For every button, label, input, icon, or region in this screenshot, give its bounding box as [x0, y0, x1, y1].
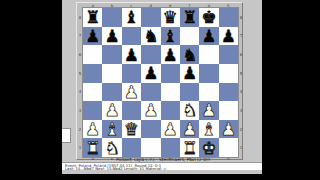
black-queen-piece: ♛ — [163, 8, 178, 26]
square-f8[interactable]: ♜ — [180, 8, 199, 27]
coord-label-rank-6: 6 — [240, 52, 243, 57]
coord-label-rank-1: 1 — [79, 145, 82, 150]
letterbox-right — [262, 0, 320, 180]
square-e5[interactable] — [161, 64, 180, 83]
black-bishop-piece: ♝ — [124, 8, 139, 26]
square-h2[interactable]: ♟ — [219, 120, 238, 139]
black-pawn-piece: ♟ — [124, 46, 139, 64]
black-bishop-piece: ♝ — [163, 27, 178, 45]
black-pawn-piece: ♟ — [221, 27, 236, 45]
square-b1[interactable]: ♞ — [102, 138, 121, 157]
black-knight-piece: ♞ — [143, 27, 158, 45]
black-king-piece: ♚ — [201, 8, 216, 26]
chess-board-frame: abcdefgh abcdefgh 87654321 87654321 ♜♝♛♜… — [76, 2, 243, 160]
game-info-strip: Event: Poland, Poland (1957.04.11), Roun… — [62, 162, 262, 170]
black-knight-piece: ♞ — [182, 46, 197, 64]
square-c8[interactable]: ♝ — [122, 8, 141, 27]
chess-board: ♜♝♛♜♚♟♟♞♝♟♟♟♟♞♟♟♟♟♟♞♟♟♝♛♟♟♝♟♜♞♜♚ — [83, 8, 238, 157]
square-a5[interactable] — [83, 64, 102, 83]
square-h7[interactable]: ♟ — [219, 27, 238, 46]
black-rook-piece: ♜ — [85, 8, 100, 26]
square-h8[interactable] — [219, 8, 238, 27]
black-pawn-piece: ♟ — [182, 64, 197, 82]
square-f6[interactable]: ♞ — [180, 45, 199, 64]
black-pawn-piece: ♟ — [143, 64, 158, 82]
square-a1[interactable]: ♜ — [83, 138, 102, 157]
coord-label-rank-2: 2 — [240, 127, 243, 132]
side-panel-fragment — [62, 128, 71, 143]
square-g7[interactable]: ♟ — [199, 27, 218, 46]
white-pawn-piece: ♟ — [163, 120, 178, 138]
white-bishop-piece: ♝ — [104, 120, 119, 138]
coord-label-rank-2: 2 — [79, 127, 82, 132]
square-e8[interactable]: ♛ — [161, 8, 180, 27]
coord-label-rank-1: 1 — [240, 145, 243, 150]
black-pawn-piece: ♟ — [104, 27, 119, 45]
square-a6[interactable] — [83, 45, 102, 64]
square-g3[interactable]: ♟ — [199, 101, 218, 120]
white-rook-piece: ♜ — [85, 139, 100, 157]
white-knight-piece: ♞ — [104, 139, 119, 157]
square-b6[interactable] — [102, 45, 121, 64]
square-g8[interactable]: ♚ — [199, 8, 218, 27]
coord-label-rank-7: 7 — [79, 33, 82, 38]
square-a7[interactable]: ♟ — [83, 27, 102, 46]
rank-labels-right: 87654321 — [238, 8, 244, 157]
coord-label-rank-8: 8 — [79, 15, 82, 20]
square-d5[interactable]: ♟ — [141, 64, 160, 83]
square-f1[interactable]: ♜ — [180, 138, 199, 157]
black-rook-piece: ♜ — [182, 8, 197, 26]
coord-label-rank-7: 7 — [240, 33, 243, 38]
square-c5[interactable] — [122, 64, 141, 83]
square-c6[interactable]: ♟ — [122, 45, 141, 64]
square-f4[interactable] — [180, 83, 199, 102]
square-h5[interactable] — [219, 64, 238, 83]
engine-status-line: Last: 14...Nbd7 Next: 15.Nbd2 Length: 31… — [65, 167, 259, 170]
square-h4[interactable] — [219, 83, 238, 102]
square-b7[interactable]: ♟ — [102, 27, 121, 46]
square-a2[interactable]: ♟ — [83, 120, 102, 139]
white-bishop-piece: ♝ — [201, 120, 216, 138]
square-c1[interactable] — [122, 138, 141, 157]
square-d6[interactable] — [141, 45, 160, 64]
square-e6[interactable]: ♟ — [161, 45, 180, 64]
white-pawn-piece: ♟ — [143, 101, 158, 119]
square-c7[interactable] — [122, 27, 141, 46]
coord-label-rank-4: 4 — [79, 89, 82, 94]
square-g4[interactable] — [199, 83, 218, 102]
chess-app-window: abcdefgh abcdefgh 87654321 87654321 ♜♝♛♜… — [62, 0, 262, 174]
black-pawn-piece: ♟ — [85, 27, 100, 45]
square-b4[interactable] — [102, 83, 121, 102]
square-e3[interactable] — [161, 101, 180, 120]
black-pawn-piece: ♟ — [163, 46, 178, 64]
square-g1[interactable]: ♚ — [199, 138, 218, 157]
square-d3[interactable]: ♟ — [141, 101, 160, 120]
square-e4[interactable] — [161, 83, 180, 102]
square-b2[interactable]: ♝ — [102, 120, 121, 139]
white-rook-piece: ♜ — [182, 139, 197, 157]
white-king-piece: ♚ — [201, 139, 216, 157]
white-pawn-piece: ♟ — [182, 120, 197, 138]
square-g6[interactable] — [199, 45, 218, 64]
white-pawn-piece: ♟ — [201, 101, 216, 119]
square-e1[interactable] — [161, 138, 180, 157]
coord-label-rank-6: 6 — [79, 52, 82, 57]
white-pawn-piece: ♟ — [104, 101, 119, 119]
square-c4[interactable]: ♟ — [122, 83, 141, 102]
square-a3[interactable] — [83, 101, 102, 120]
square-e7[interactable]: ♝ — [161, 27, 180, 46]
black-pawn-piece: ♟ — [201, 27, 216, 45]
square-h3[interactable] — [219, 101, 238, 120]
square-h6[interactable] — [219, 45, 238, 64]
white-pawn-piece: ♟ — [124, 83, 139, 101]
coord-label-rank-3: 3 — [240, 108, 243, 113]
square-b8[interactable] — [102, 8, 121, 27]
square-f2[interactable]: ♟ — [180, 120, 199, 139]
square-g5[interactable] — [199, 64, 218, 83]
square-g2[interactable]: ♝ — [199, 120, 218, 139]
coord-label-rank-5: 5 — [240, 71, 243, 76]
white-pawn-piece: ♟ — [221, 120, 236, 138]
white-knight-piece: ♞ — [182, 101, 197, 119]
square-e2[interactable]: ♟ — [161, 120, 180, 139]
square-d8[interactable] — [141, 8, 160, 27]
square-d7[interactable]: ♞ — [141, 27, 160, 46]
square-d1[interactable] — [141, 138, 160, 157]
square-f7[interactable] — [180, 27, 199, 46]
square-c2[interactable]: ♛ — [122, 120, 141, 139]
square-f3[interactable]: ♞ — [180, 101, 199, 120]
square-f5[interactable]: ♟ — [180, 64, 199, 83]
square-a4[interactable] — [83, 83, 102, 102]
white-pawn-piece: ♟ — [85, 120, 100, 138]
coord-label-rank-4: 4 — [240, 89, 243, 94]
square-c3[interactable] — [122, 101, 141, 120]
square-h1[interactable] — [219, 138, 238, 157]
square-d4[interactable] — [141, 83, 160, 102]
square-a8[interactable]: ♜ — [83, 8, 102, 27]
square-b3[interactable]: ♟ — [102, 101, 121, 120]
coord-label-rank-3: 3 — [79, 108, 82, 113]
letterbox-left — [0, 0, 62, 180]
coord-label-rank-8: 8 — [240, 15, 243, 20]
square-d2[interactable] — [141, 120, 160, 139]
coord-label-rank-5: 5 — [79, 71, 82, 76]
square-b5[interactable] — [102, 64, 121, 83]
video-frame: { "game": "chess", "position": "r1b1qrk1… — [0, 0, 320, 180]
white-queen-piece: ♛ — [124, 120, 139, 138]
